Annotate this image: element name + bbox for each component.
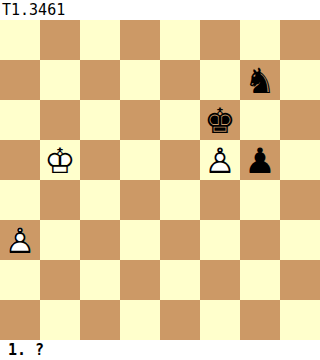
square-f1[interactable] <box>200 300 240 340</box>
square-g1[interactable] <box>240 300 280 340</box>
square-a5[interactable] <box>0 140 40 180</box>
square-h6[interactable] <box>280 100 320 140</box>
chess-board: ♞♚♚♔♟♙♟♟♙ <box>0 20 320 340</box>
square-d7[interactable] <box>120 60 160 100</box>
square-f3[interactable] <box>200 220 240 260</box>
square-h2[interactable] <box>280 260 320 300</box>
square-h4[interactable] <box>280 180 320 220</box>
puzzle-id: T1.3461 <box>0 0 320 20</box>
piece-outline-layer: ♙ <box>0 220 40 260</box>
square-b1[interactable] <box>40 300 80 340</box>
white-pawn[interactable]: ♟♙ <box>0 220 40 260</box>
square-h5[interactable] <box>280 140 320 180</box>
square-h3[interactable] <box>280 220 320 260</box>
square-a3[interactable]: ♟♙ <box>0 220 40 260</box>
square-a6[interactable] <box>0 100 40 140</box>
move-prompt: 1. ? <box>0 340 320 360</box>
square-g6[interactable] <box>240 100 280 140</box>
square-a8[interactable] <box>0 20 40 60</box>
square-b4[interactable] <box>40 180 80 220</box>
square-f2[interactable] <box>200 260 240 300</box>
square-b2[interactable] <box>40 260 80 300</box>
square-b8[interactable] <box>40 20 80 60</box>
square-c2[interactable] <box>80 260 120 300</box>
square-d3[interactable] <box>120 220 160 260</box>
square-b5[interactable]: ♚♔ <box>40 140 80 180</box>
square-d8[interactable] <box>120 20 160 60</box>
square-a1[interactable] <box>0 300 40 340</box>
piece-outline-layer: ♙ <box>200 140 240 180</box>
square-f6[interactable]: ♚ <box>200 100 240 140</box>
square-e6[interactable] <box>160 100 200 140</box>
square-f4[interactable] <box>200 180 240 220</box>
square-c5[interactable] <box>80 140 120 180</box>
square-e8[interactable] <box>160 20 200 60</box>
square-d4[interactable] <box>120 180 160 220</box>
square-e7[interactable] <box>160 60 200 100</box>
square-d6[interactable] <box>120 100 160 140</box>
square-h1[interactable] <box>280 300 320 340</box>
square-e5[interactable] <box>160 140 200 180</box>
square-g5[interactable]: ♟ <box>240 140 280 180</box>
square-e4[interactable] <box>160 180 200 220</box>
square-c8[interactable] <box>80 20 120 60</box>
square-g3[interactable] <box>240 220 280 260</box>
white-king[interactable]: ♚♔ <box>40 140 80 180</box>
square-a7[interactable] <box>0 60 40 100</box>
square-h8[interactable] <box>280 20 320 60</box>
square-a4[interactable] <box>0 180 40 220</box>
square-c3[interactable] <box>80 220 120 260</box>
square-g7[interactable]: ♞ <box>240 60 280 100</box>
black-king[interactable]: ♚ <box>200 100 240 140</box>
square-c1[interactable] <box>80 300 120 340</box>
square-g2[interactable] <box>240 260 280 300</box>
square-c4[interactable] <box>80 180 120 220</box>
square-c6[interactable] <box>80 100 120 140</box>
white-pawn[interactable]: ♟♙ <box>200 140 240 180</box>
square-e1[interactable] <box>160 300 200 340</box>
square-g8[interactable] <box>240 20 280 60</box>
square-f5[interactable]: ♟♙ <box>200 140 240 180</box>
square-g4[interactable] <box>240 180 280 220</box>
square-b3[interactable] <box>40 220 80 260</box>
square-a2[interactable] <box>0 260 40 300</box>
square-c7[interactable] <box>80 60 120 100</box>
square-d1[interactable] <box>120 300 160 340</box>
square-f8[interactable] <box>200 20 240 60</box>
black-knight[interactable]: ♞ <box>240 60 280 100</box>
piece-outline-layer: ♔ <box>40 140 80 180</box>
square-e3[interactable] <box>160 220 200 260</box>
square-b6[interactable] <box>40 100 80 140</box>
square-d2[interactable] <box>120 260 160 300</box>
square-h7[interactable] <box>280 60 320 100</box>
square-b7[interactable] <box>40 60 80 100</box>
black-pawn[interactable]: ♟ <box>240 140 280 180</box>
square-f7[interactable] <box>200 60 240 100</box>
square-e2[interactable] <box>160 260 200 300</box>
square-d5[interactable] <box>120 140 160 180</box>
